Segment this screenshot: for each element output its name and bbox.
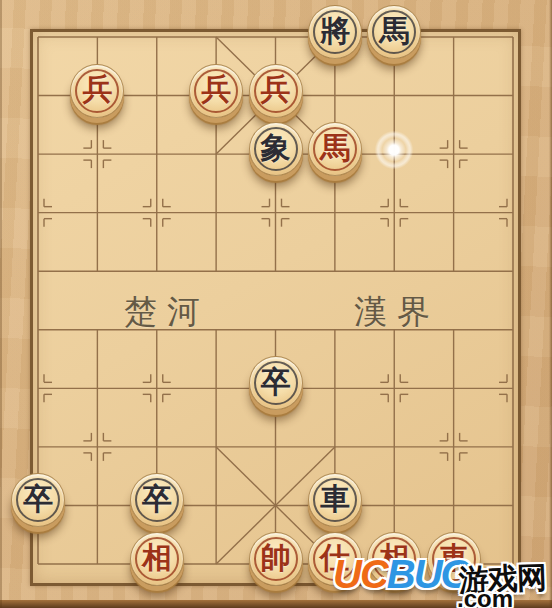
piece-glyph: 馬 [309,122,361,174]
piece-glyph: 將 [309,5,361,57]
table-edge-left [0,0,2,608]
river-label-left: 楚河 [124,294,210,330]
piece-red-馬[interactable]: 馬 [308,122,362,176]
piece-red-兵[interactable]: 兵 [189,64,243,118]
piece-glyph: 相 [368,532,420,584]
piece-glyph: 兵 [71,64,123,116]
piece-red-兵[interactable]: 兵 [70,64,124,118]
piece-glyph: 帥 [250,532,302,584]
piece-black-象[interactable]: 象 [249,122,303,176]
piece-glyph: 馬 [368,5,420,57]
river-label-right: 漢界 [354,294,440,330]
piece-black-馬[interactable]: 馬 [367,5,421,59]
piece-red-車[interactable]: 車 [427,532,481,586]
piece-glyph: 象 [250,122,302,174]
piece-red-兵[interactable]: 兵 [249,64,303,118]
piece-glyph: 兵 [190,64,242,116]
piece-glyph: 卒 [12,473,64,525]
piece-red-帥[interactable]: 帥 [249,532,303,586]
piece-glyph: 卒 [250,356,302,408]
piece-red-相[interactable]: 相 [130,532,184,586]
piece-black-卒[interactable]: 卒 [249,356,303,410]
piece-glyph: 車 [428,532,480,584]
piece-red-仕[interactable]: 仕 [308,532,362,586]
piece-red-相[interactable]: 相 [367,532,421,586]
piece-glyph: 兵 [250,64,302,116]
piece-black-卒[interactable]: 卒 [11,473,65,527]
piece-black-將[interactable]: 將 [308,5,362,59]
piece-glyph: 仕 [309,532,361,584]
piece-black-卒[interactable]: 卒 [130,473,184,527]
table-edge-bottom [0,600,552,608]
piece-glyph: 車 [309,473,361,525]
xiangqi-app-screen: 楚河 漢界 將馬兵兵兵象馬卒卒卒車相帥仕相車 UCBUG 游戏网 .com [0,0,552,608]
piece-glyph: 相 [131,532,183,584]
piece-glyph: 卒 [131,473,183,525]
piece-black-車[interactable]: 車 [308,473,362,527]
